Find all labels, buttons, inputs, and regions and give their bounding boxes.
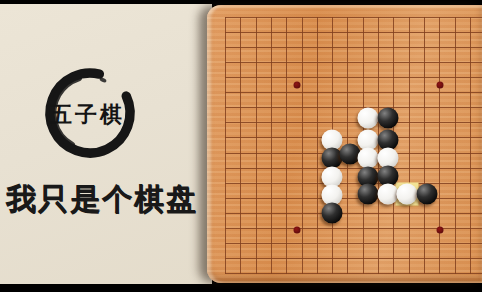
black-stone: [416, 184, 437, 205]
screenshot-stage: 五子棋 我只是个棋盘: [0, 0, 482, 292]
logo-title: 五子棋: [50, 100, 125, 130]
black-stone: [378, 108, 399, 129]
star-point: [436, 81, 443, 88]
white-stone: [357, 108, 378, 129]
left-panel: 五子棋 我只是个棋盘: [0, 4, 212, 284]
star-point: [436, 226, 443, 233]
black-stone: [321, 202, 342, 223]
black-stone: [357, 184, 378, 205]
white-stone: [378, 184, 399, 205]
white-stone: [397, 183, 418, 204]
board-grid[interactable]: [225, 17, 482, 274]
star-point: [293, 226, 300, 233]
gomoku-board[interactable]: [207, 5, 482, 283]
star-point: [293, 81, 300, 88]
slogan-text: 我只是个棋盘: [6, 179, 198, 220]
